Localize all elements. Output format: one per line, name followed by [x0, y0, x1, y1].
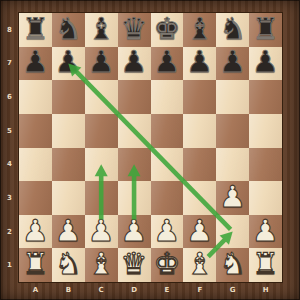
square-h5[interactable]: [249, 114, 282, 148]
square-g5[interactable]: [216, 114, 249, 148]
file-label-e: E: [151, 283, 184, 300]
square-e4[interactable]: [151, 148, 184, 182]
black-pawn-a7[interactable]: ♟: [22, 47, 49, 77]
rank-label-3: 3: [0, 194, 19, 202]
square-b2[interactable]: ♟: [52, 215, 85, 249]
square-c2[interactable]: ♟: [85, 215, 118, 249]
square-h7[interactable]: ♟: [249, 47, 282, 81]
square-f3[interactable]: [183, 181, 216, 215]
white-rook-h1[interactable]: ♜: [252, 249, 279, 279]
file-label-h: H: [249, 283, 282, 300]
square-h1[interactable]: ♜: [249, 248, 282, 282]
white-pawn-f2[interactable]: ♟: [186, 216, 213, 246]
white-pawn-c2[interactable]: ♟: [88, 216, 115, 246]
square-h3[interactable]: [249, 181, 282, 215]
square-e8[interactable]: ♚: [151, 13, 184, 47]
square-a4[interactable]: [19, 148, 52, 182]
white-bishop-f1[interactable]: ♝: [186, 249, 213, 279]
file-label-c: C: [85, 283, 118, 300]
white-pawn-d2[interactable]: ♟: [121, 216, 148, 246]
square-g2[interactable]: [216, 215, 249, 249]
black-bishop-c8[interactable]: ♝: [88, 14, 115, 44]
white-knight-b1[interactable]: ♞: [55, 249, 82, 279]
square-b8[interactable]: ♞: [52, 13, 85, 47]
rank-label-1: 1: [0, 261, 19, 269]
black-knight-g8[interactable]: ♞: [219, 14, 246, 44]
square-f8[interactable]: ♝: [183, 13, 216, 47]
file-label-b: B: [52, 283, 85, 300]
black-queen-d8[interactable]: ♛: [121, 14, 148, 44]
black-king-e8[interactable]: ♚: [153, 14, 180, 44]
rank-label-8: 8: [0, 26, 19, 34]
black-rook-h8[interactable]: ♜: [252, 14, 279, 44]
square-d5[interactable]: [118, 114, 151, 148]
square-d8[interactable]: ♛: [118, 13, 151, 47]
square-c1[interactable]: ♝: [85, 248, 118, 282]
black-pawn-d7[interactable]: ♟: [121, 47, 148, 77]
rank-label-4: 4: [0, 160, 19, 168]
black-pawn-h7[interactable]: ♟: [252, 47, 279, 77]
square-f5[interactable]: [183, 114, 216, 148]
square-b5[interactable]: [52, 114, 85, 148]
white-pawn-g3[interactable]: ♟: [219, 182, 246, 212]
black-pawn-e7[interactable]: ♟: [153, 47, 180, 77]
chessboard-screenshot: ♜♞♝♛♚♝♞♜♟♟♟♟♟♟♟♟♟♟♟♟♟♟♟♟♜♞♝♛♚♝♞♜ 8765432…: [0, 0, 300, 300]
square-g3[interactable]: ♟: [216, 181, 249, 215]
white-king-e1[interactable]: ♚: [153, 249, 180, 279]
square-c6[interactable]: [85, 80, 118, 114]
white-pawn-a2[interactable]: ♟: [22, 216, 49, 246]
square-h2[interactable]: ♟: [249, 215, 282, 249]
white-knight-g1[interactable]: ♞: [219, 249, 246, 279]
square-a5[interactable]: [19, 114, 52, 148]
white-rook-a1[interactable]: ♜: [22, 249, 49, 279]
white-queen-d1[interactable]: ♛: [121, 249, 148, 279]
square-e7[interactable]: ♟: [151, 47, 184, 81]
black-rook-a8[interactable]: ♜: [22, 14, 49, 44]
square-g6[interactable]: [216, 80, 249, 114]
square-e2[interactable]: ♟: [151, 215, 184, 249]
black-pawn-b7[interactable]: ♟: [55, 47, 82, 77]
square-g8[interactable]: ♞: [216, 13, 249, 47]
black-pawn-c7[interactable]: ♟: [88, 47, 115, 77]
square-a7[interactable]: ♟: [19, 47, 52, 81]
square-h8[interactable]: ♜: [249, 13, 282, 47]
chess-board: ♜♞♝♛♚♝♞♜♟♟♟♟♟♟♟♟♟♟♟♟♟♟♟♟♜♞♝♛♚♝♞♜: [19, 13, 282, 282]
square-e3[interactable]: [151, 181, 184, 215]
black-pawn-f7[interactable]: ♟: [186, 47, 213, 77]
square-b4[interactable]: [52, 148, 85, 182]
white-pawn-h2[interactable]: ♟: [252, 216, 279, 246]
square-d4[interactable]: [118, 148, 151, 182]
square-g4[interactable]: [216, 148, 249, 182]
square-b6[interactable]: [52, 80, 85, 114]
black-knight-b8[interactable]: ♞: [55, 14, 82, 44]
square-f1[interactable]: ♝: [183, 248, 216, 282]
square-c4[interactable]: [85, 148, 118, 182]
square-g7[interactable]: ♟: [216, 47, 249, 81]
square-c3[interactable]: [85, 181, 118, 215]
square-f4[interactable]: [183, 148, 216, 182]
square-d2[interactable]: ♟: [118, 215, 151, 249]
rank-label-7: 7: [0, 59, 19, 67]
square-d1[interactable]: ♛: [118, 248, 151, 282]
square-e5[interactable]: [151, 114, 184, 148]
square-a8[interactable]: ♜: [19, 13, 52, 47]
square-f7[interactable]: ♟: [183, 47, 216, 81]
square-a1[interactable]: ♜: [19, 248, 52, 282]
square-f6[interactable]: [183, 80, 216, 114]
square-e1[interactable]: ♚: [151, 248, 184, 282]
rank-label-2: 2: [0, 228, 19, 236]
square-b7[interactable]: ♟: [52, 47, 85, 81]
square-a6[interactable]: [19, 80, 52, 114]
square-a2[interactable]: ♟: [19, 215, 52, 249]
square-c8[interactable]: ♝: [85, 13, 118, 47]
square-c7[interactable]: ♟: [85, 47, 118, 81]
square-e6[interactable]: [151, 80, 184, 114]
square-h6[interactable]: [249, 80, 282, 114]
square-h4[interactable]: [249, 148, 282, 182]
file-label-g: G: [216, 283, 249, 300]
black-pawn-g7[interactable]: ♟: [219, 47, 246, 77]
white-bishop-c1[interactable]: ♝: [88, 249, 115, 279]
file-label-f: F: [183, 283, 216, 300]
rank-label-6: 6: [0, 93, 19, 101]
file-label-a: A: [19, 283, 52, 300]
square-d7[interactable]: ♟: [118, 47, 151, 81]
square-a3[interactable]: [19, 181, 52, 215]
white-pawn-b2[interactable]: ♟: [55, 216, 82, 246]
square-d6[interactable]: [118, 80, 151, 114]
file-label-d: D: [118, 283, 151, 300]
rank-label-5: 5: [0, 127, 19, 135]
black-bishop-f8[interactable]: ♝: [186, 14, 213, 44]
square-g1[interactable]: ♞: [216, 248, 249, 282]
square-d3[interactable]: [118, 181, 151, 215]
square-b1[interactable]: ♞: [52, 248, 85, 282]
square-f2[interactable]: ♟: [183, 215, 216, 249]
white-pawn-e2[interactable]: ♟: [153, 216, 180, 246]
square-b3[interactable]: [52, 181, 85, 215]
square-c5[interactable]: [85, 114, 118, 148]
